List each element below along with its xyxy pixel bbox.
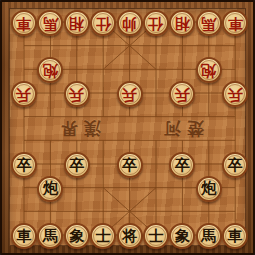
xiangqi-app-window: 楚河 漢界 車馬相仕帅仕相馬車炮炮兵兵兵兵兵卒卒卒卒卒炮炮車馬象士将士象馬車 xyxy=(0,0,255,255)
piece-char: 仕 xyxy=(148,16,163,31)
piece-black-soldier[interactable]: 卒 xyxy=(222,152,248,178)
piece-char: 車 xyxy=(16,16,31,31)
piece-char: 将 xyxy=(122,229,137,244)
piece-char: 兵 xyxy=(175,87,190,102)
piece-char: 卒 xyxy=(122,158,137,173)
piece-char: 兵 xyxy=(228,87,243,102)
piece-black-soldier[interactable]: 卒 xyxy=(169,152,195,178)
piece-red-king[interactable]: 帅 xyxy=(117,10,143,36)
piece-char: 車 xyxy=(228,16,243,31)
piece-black-chariot[interactable]: 車 xyxy=(222,223,248,249)
piece-red-elephant[interactable]: 相 xyxy=(169,10,195,36)
piece-char: 馬 xyxy=(201,16,216,31)
piece-black-advisor[interactable]: 士 xyxy=(90,223,116,249)
piece-red-soldier[interactable]: 兵 xyxy=(11,81,37,107)
piece-char: 仕 xyxy=(96,16,111,31)
piece-red-soldier[interactable]: 兵 xyxy=(117,81,143,107)
piece-black-chariot[interactable]: 車 xyxy=(11,223,37,249)
piece-black-soldier[interactable]: 卒 xyxy=(117,152,143,178)
piece-char: 車 xyxy=(228,229,243,244)
piece-black-cannon[interactable]: 炮 xyxy=(196,176,222,202)
piece-red-horse[interactable]: 馬 xyxy=(196,10,222,36)
piece-char: 卒 xyxy=(69,158,84,173)
piece-char: 車 xyxy=(16,229,31,244)
piece-char: 兵 xyxy=(122,87,137,102)
piece-char: 士 xyxy=(96,229,111,244)
piece-char: 馬 xyxy=(201,229,216,244)
piece-char: 馬 xyxy=(43,229,58,244)
piece-char: 卒 xyxy=(16,158,31,173)
piece-grid[interactable]: 車馬相仕帅仕相馬車炮炮兵兵兵兵兵卒卒卒卒卒炮炮車馬象士将士象馬車 xyxy=(11,10,249,247)
piece-char: 士 xyxy=(148,229,163,244)
piece-black-horse[interactable]: 馬 xyxy=(37,223,63,249)
piece-char: 馬 xyxy=(43,16,58,31)
piece-red-chariot[interactable]: 車 xyxy=(222,10,248,36)
piece-char: 象 xyxy=(175,229,190,244)
piece-char: 卒 xyxy=(175,158,190,173)
piece-char: 兵 xyxy=(16,87,31,102)
piece-black-advisor[interactable]: 士 xyxy=(143,223,169,249)
piece-red-cannon[interactable]: 炮 xyxy=(37,57,63,83)
piece-char: 炮 xyxy=(43,63,58,78)
piece-red-horse[interactable]: 馬 xyxy=(37,10,63,36)
piece-black-king[interactable]: 将 xyxy=(117,223,143,249)
piece-black-elephant[interactable]: 象 xyxy=(169,223,195,249)
piece-red-soldier[interactable]: 兵 xyxy=(222,81,248,107)
piece-black-soldier[interactable]: 卒 xyxy=(11,152,37,178)
piece-char: 象 xyxy=(69,229,84,244)
piece-char: 相 xyxy=(69,16,84,31)
piece-char: 兵 xyxy=(69,87,84,102)
piece-black-horse[interactable]: 馬 xyxy=(196,223,222,249)
piece-red-elephant[interactable]: 相 xyxy=(64,10,90,36)
piece-char: 炮 xyxy=(201,181,216,196)
piece-char: 炮 xyxy=(201,63,216,78)
piece-red-soldier[interactable]: 兵 xyxy=(64,81,90,107)
piece-char: 炮 xyxy=(43,181,58,196)
piece-black-soldier[interactable]: 卒 xyxy=(64,152,90,178)
piece-black-cannon[interactable]: 炮 xyxy=(37,176,63,202)
piece-char: 帅 xyxy=(122,16,137,31)
piece-black-elephant[interactable]: 象 xyxy=(64,223,90,249)
piece-red-cannon[interactable]: 炮 xyxy=(196,57,222,83)
piece-char: 卒 xyxy=(228,158,243,173)
piece-red-advisor[interactable]: 仕 xyxy=(90,10,116,36)
piece-red-advisor[interactable]: 仕 xyxy=(143,10,169,36)
piece-char: 相 xyxy=(175,16,190,31)
piece-red-chariot[interactable]: 車 xyxy=(11,10,37,36)
piece-red-soldier[interactable]: 兵 xyxy=(169,81,195,107)
